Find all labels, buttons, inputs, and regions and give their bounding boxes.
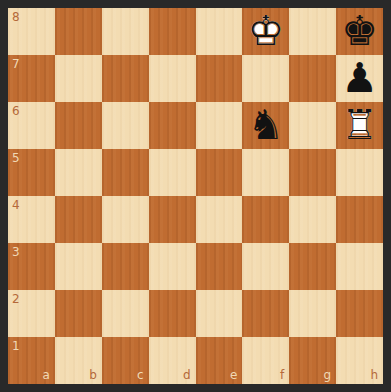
square-h4[interactable] [336, 196, 383, 243]
square-d3[interactable] [149, 243, 196, 290]
square-f2[interactable] [242, 290, 289, 337]
square-f3[interactable] [242, 243, 289, 290]
square-e4[interactable] [196, 196, 243, 243]
square-e8[interactable] [196, 8, 243, 55]
chess-board-frame: 8♚♔♚7♟6♞♜♖54321abcdefgh [0, 0, 391, 392]
square-d4[interactable] [149, 196, 196, 243]
rank-label-8: 8 [12, 11, 20, 23]
rank-label-1: 1 [12, 340, 20, 352]
black-pawn-piece[interactable]: ♟ [336, 55, 383, 102]
file-label-e: e [230, 369, 237, 381]
square-b7[interactable] [55, 55, 102, 102]
file-label-h: h [370, 369, 378, 381]
square-g4[interactable] [289, 196, 336, 243]
square-a8[interactable]: 8 [8, 8, 55, 55]
square-c6[interactable] [102, 102, 149, 149]
square-g3[interactable] [289, 243, 336, 290]
square-e7[interactable] [196, 55, 243, 102]
square-b2[interactable] [55, 290, 102, 337]
square-a5[interactable]: 5 [8, 149, 55, 196]
square-c7[interactable] [102, 55, 149, 102]
square-b6[interactable] [55, 102, 102, 149]
square-d5[interactable] [149, 149, 196, 196]
square-c2[interactable] [102, 290, 149, 337]
square-g7[interactable] [289, 55, 336, 102]
square-b1[interactable]: b [55, 337, 102, 384]
square-e3[interactable] [196, 243, 243, 290]
file-label-g: g [324, 369, 332, 381]
file-label-b: b [89, 369, 97, 381]
rank-label-2: 2 [12, 293, 20, 305]
square-a7[interactable]: 7 [8, 55, 55, 102]
black-knight-glyph: ♞ [242, 104, 289, 145]
square-g1[interactable]: g [289, 337, 336, 384]
white-king-outline: ♔ [242, 10, 289, 51]
white-rook-piece[interactable]: ♜♖ [336, 102, 383, 149]
rank-label-5: 5 [12, 152, 20, 164]
rank-label-3: 3 [12, 246, 20, 258]
rank-label-7: 7 [12, 58, 20, 70]
black-pawn-glyph: ♟ [336, 57, 383, 98]
square-d8[interactable] [149, 8, 196, 55]
square-b5[interactable] [55, 149, 102, 196]
square-d1[interactable]: d [149, 337, 196, 384]
square-f4[interactable] [242, 196, 289, 243]
file-label-a: a [43, 369, 50, 381]
file-label-f: f [280, 369, 284, 381]
square-g2[interactable] [289, 290, 336, 337]
square-g6[interactable] [289, 102, 336, 149]
square-e5[interactable] [196, 149, 243, 196]
square-d2[interactable] [149, 290, 196, 337]
square-e6[interactable] [196, 102, 243, 149]
square-b8[interactable] [55, 8, 102, 55]
square-h1[interactable]: h [336, 337, 383, 384]
chess-board: 8♚♔♚7♟6♞♜♖54321abcdefgh [8, 8, 383, 384]
square-e2[interactable] [196, 290, 243, 337]
square-a2[interactable]: 2 [8, 290, 55, 337]
rank-label-4: 4 [12, 199, 20, 211]
square-g8[interactable] [289, 8, 336, 55]
square-a1[interactable]: 1a [8, 337, 55, 384]
square-d7[interactable] [149, 55, 196, 102]
square-b4[interactable] [55, 196, 102, 243]
square-a3[interactable]: 3 [8, 243, 55, 290]
square-h3[interactable] [336, 243, 383, 290]
square-c8[interactable] [102, 8, 149, 55]
black-king-glyph: ♚ [336, 10, 383, 51]
white-king-piece[interactable]: ♚♔ [242, 8, 289, 55]
file-label-c: c [137, 369, 144, 381]
square-f6[interactable]: ♞ [242, 102, 289, 149]
square-h7[interactable]: ♟ [336, 55, 383, 102]
square-d6[interactable] [149, 102, 196, 149]
square-c1[interactable]: c [102, 337, 149, 384]
black-knight-piece[interactable]: ♞ [242, 102, 289, 149]
square-e1[interactable]: e [196, 337, 243, 384]
square-c4[interactable] [102, 196, 149, 243]
white-rook-outline: ♖ [336, 104, 383, 145]
square-c5[interactable] [102, 149, 149, 196]
square-f1[interactable]: f [242, 337, 289, 384]
rank-label-6: 6 [12, 105, 20, 117]
square-f7[interactable] [242, 55, 289, 102]
square-c3[interactable] [102, 243, 149, 290]
square-h8[interactable]: ♚ [336, 8, 383, 55]
square-g5[interactable] [289, 149, 336, 196]
square-f8[interactable]: ♚♔ [242, 8, 289, 55]
square-h5[interactable] [336, 149, 383, 196]
square-a6[interactable]: 6 [8, 102, 55, 149]
file-label-d: d [183, 369, 191, 381]
square-b3[interactable] [55, 243, 102, 290]
square-f5[interactable] [242, 149, 289, 196]
square-h6[interactable]: ♜♖ [336, 102, 383, 149]
square-a4[interactable]: 4 [8, 196, 55, 243]
square-h2[interactable] [336, 290, 383, 337]
black-king-piece[interactable]: ♚ [336, 8, 383, 55]
